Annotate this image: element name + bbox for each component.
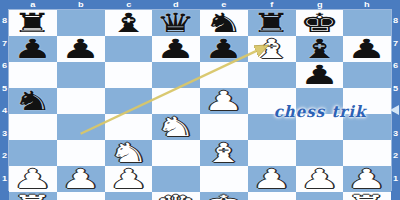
piece-white-pawn: ♟ [252, 166, 292, 193]
rank-label: 5 [390, 78, 400, 99]
square-a7[interactable]: ♟ [9, 36, 57, 62]
piece-white-pawn: ♟ [347, 166, 387, 193]
file-label: d [149, 0, 204, 10]
piece-black-pawn: ♟ [13, 36, 53, 63]
square-a6[interactable] [9, 62, 57, 88]
square-g6[interactable]: ♟ [296, 62, 344, 88]
file-labels-top: abcdefgh [9, 0, 391, 10]
chess-board-frame: abcdefgh abcdefgh 87654321 87654321 ♜♝♛♞… [0, 0, 400, 200]
square-h8[interactable] [343, 10, 391, 36]
square-c3[interactable]: ♞ [105, 140, 153, 166]
square-b3[interactable] [57, 140, 105, 166]
square-a3[interactable] [9, 140, 57, 166]
piece-black-bishop: ♝ [108, 10, 148, 37]
square-h1[interactable]: ♜ [343, 192, 391, 200]
square-g3[interactable] [296, 140, 344, 166]
piece-black-knight: ♞ [13, 88, 53, 115]
piece-black-rook: ♜ [252, 10, 292, 37]
rank-label: 8 [390, 11, 400, 32]
square-e6[interactable] [200, 62, 248, 88]
piece-white-pawn: ♟ [13, 166, 53, 193]
square-a1[interactable]: ♜ [9, 192, 57, 200]
square-h3[interactable] [343, 140, 391, 166]
square-e1[interactable]: ♚ [200, 192, 248, 200]
piece-white-queen: ♛ [156, 192, 196, 200]
file-label: a [5, 0, 60, 10]
piece-white-pawn: ♟ [108, 166, 148, 193]
square-a8[interactable]: ♜ [9, 10, 57, 36]
piece-white-bishop: ♝ [204, 140, 244, 167]
file-label: f [244, 0, 299, 10]
square-e3[interactable]: ♝ [200, 140, 248, 166]
rank-labels-right: 87654321 [391, 10, 400, 190]
rank-labels-left: 87654321 [0, 10, 9, 190]
cursor-triangle-icon [390, 105, 399, 115]
square-e4[interactable] [200, 114, 248, 140]
square-d1[interactable]: ♛ [152, 192, 200, 200]
piece-black-pawn: ♟ [61, 36, 101, 63]
piece-white-knight: ♞ [108, 140, 148, 167]
piece-white-rook: ♜ [13, 192, 53, 200]
square-e5[interactable]: ♟ [200, 88, 248, 114]
square-b5[interactable] [57, 88, 105, 114]
piece-black-queen: ♛ [156, 10, 196, 37]
square-c4[interactable] [105, 114, 153, 140]
square-c5[interactable] [105, 88, 153, 114]
square-b4[interactable] [57, 114, 105, 140]
piece-black-pawn: ♟ [299, 62, 339, 89]
piece-black-knight: ♞ [204, 10, 244, 37]
piece-black-rook: ♜ [13, 10, 53, 37]
piece-white-pawn: ♟ [61, 166, 101, 193]
square-h2[interactable]: ♟ [343, 166, 391, 192]
square-b2[interactable]: ♟ [57, 166, 105, 192]
square-d7[interactable]: ♟ [152, 36, 200, 62]
rank-label: 7 [390, 33, 400, 54]
square-g1[interactable] [296, 192, 344, 200]
square-a5[interactable]: ♞ [9, 88, 57, 114]
square-c1[interactable] [105, 192, 153, 200]
piece-white-bishop: ♝ [252, 36, 292, 63]
rank-label: 1 [390, 168, 400, 189]
piece-white-knight: ♞ [156, 114, 196, 141]
square-a2[interactable]: ♟ [9, 166, 57, 192]
piece-black-pawn: ♟ [156, 36, 196, 63]
square-g7[interactable]: ♝ [296, 36, 344, 62]
piece-black-pawn: ♟ [347, 36, 387, 63]
square-d6[interactable] [152, 62, 200, 88]
square-e7[interactable]: ♟ [200, 36, 248, 62]
square-d4[interactable]: ♞ [152, 114, 200, 140]
square-d8[interactable]: ♛ [152, 10, 200, 36]
square-f7[interactable]: ♝ [248, 36, 296, 62]
square-d2[interactable] [152, 166, 200, 192]
square-h6[interactable] [343, 62, 391, 88]
file-label: b [53, 0, 108, 10]
piece-white-pawn: ♟ [299, 166, 339, 193]
piece-white-king: ♚ [204, 192, 244, 200]
square-c8[interactable]: ♝ [105, 10, 153, 36]
file-label: e [196, 0, 251, 10]
watermark-text: chess trik [248, 100, 392, 122]
square-f1[interactable] [248, 192, 296, 200]
square-c2[interactable]: ♟ [105, 166, 153, 192]
square-c7[interactable] [105, 36, 153, 62]
file-label: h [340, 0, 395, 10]
piece-black-pawn: ♟ [204, 36, 244, 63]
square-g2[interactable]: ♟ [296, 166, 344, 192]
square-b6[interactable] [57, 62, 105, 88]
piece-white-rook: ♜ [347, 192, 387, 200]
square-g8[interactable]: ♚ [296, 10, 344, 36]
square-f6[interactable] [248, 62, 296, 88]
square-f8[interactable]: ♜ [248, 10, 296, 36]
square-b7[interactable]: ♟ [57, 36, 105, 62]
square-d3[interactable] [152, 140, 200, 166]
square-b8[interactable] [57, 10, 105, 36]
square-a4[interactable] [9, 114, 57, 140]
piece-black-king: ♚ [299, 10, 339, 37]
piece-black-bishop: ♝ [299, 36, 339, 63]
square-d5[interactable] [152, 88, 200, 114]
square-e2[interactable] [200, 166, 248, 192]
square-e8[interactable]: ♞ [200, 10, 248, 36]
rank-label: 2 [390, 146, 400, 167]
piece-white-pawn: ♟ [204, 88, 244, 115]
rank-label: 3 [390, 123, 400, 144]
square-h7[interactable]: ♟ [343, 36, 391, 62]
rank-label: 6 [390, 56, 400, 77]
square-b1[interactable] [57, 192, 105, 200]
square-f3[interactable] [248, 140, 296, 166]
square-c6[interactable] [105, 62, 153, 88]
square-f2[interactable]: ♟ [248, 166, 296, 192]
